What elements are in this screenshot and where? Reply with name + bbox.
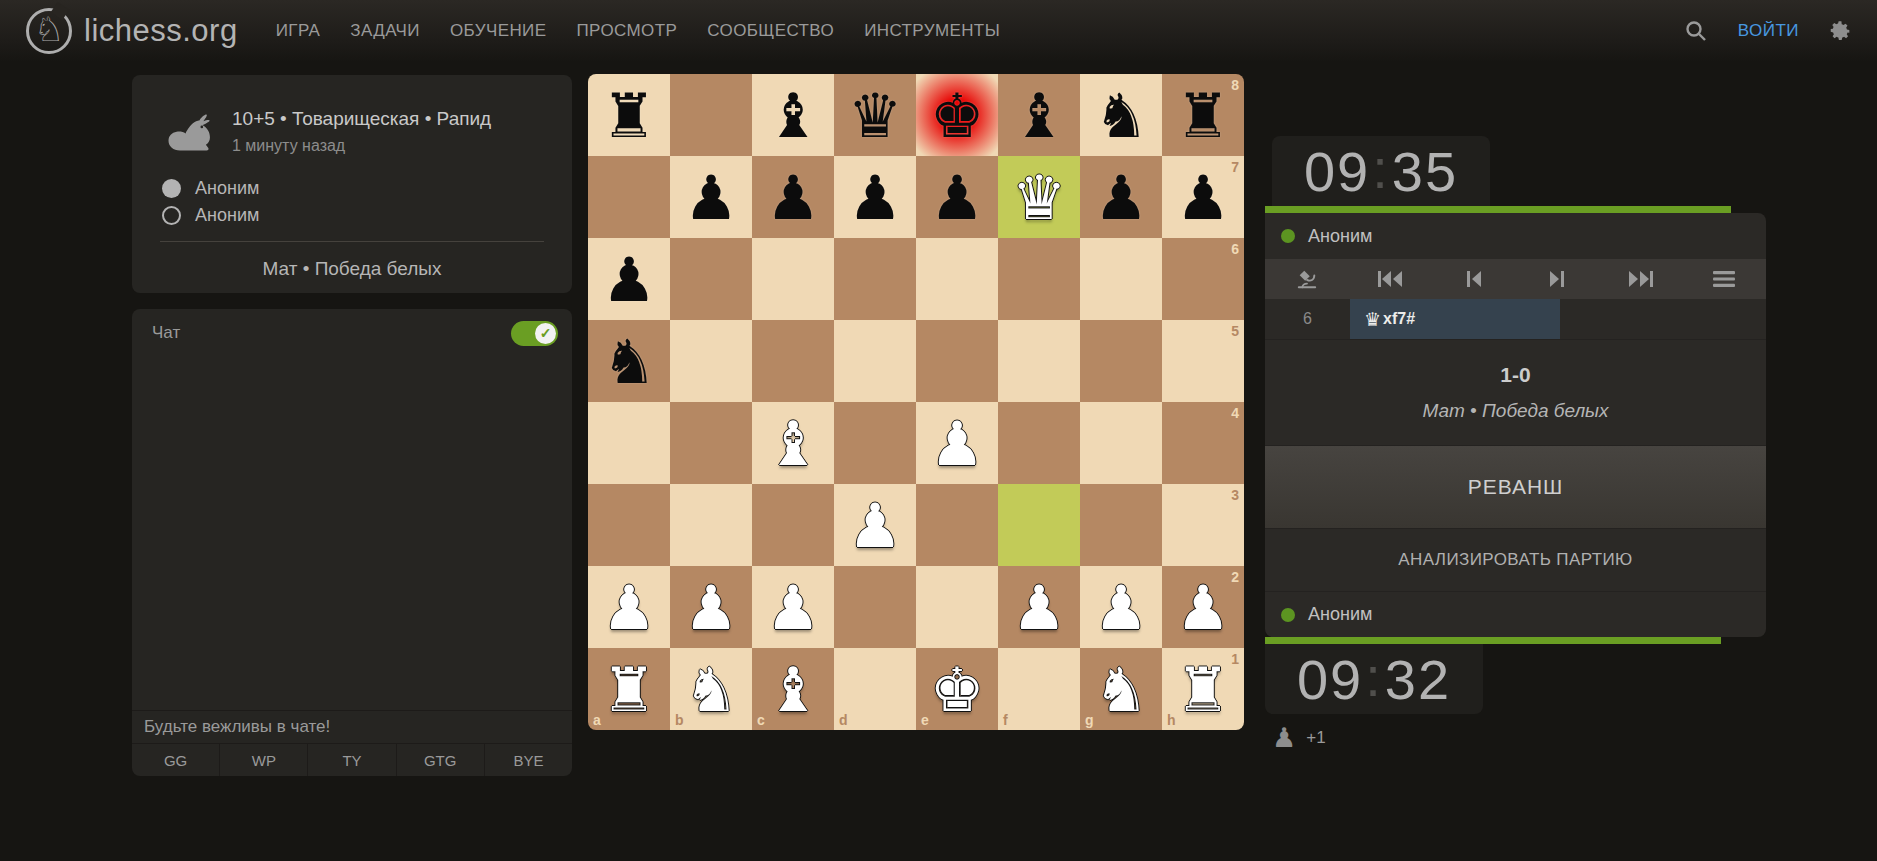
square-c3[interactable]	[752, 484, 834, 566]
black-pawn-g7[interactable]: ♟	[1080, 156, 1162, 238]
nav-item-community[interactable]: СООБЩЕСТВО	[707, 21, 834, 41]
material-difference: ♟ +1	[1272, 722, 1326, 753]
preset-gg-button[interactable]: GG	[132, 744, 219, 776]
black-player-row: Аноним	[162, 202, 572, 229]
square-g7[interactable]: ♟	[1080, 156, 1162, 238]
coord-file-b: b	[675, 712, 684, 728]
preset-wp-button[interactable]: WP	[219, 744, 307, 776]
rapid-rabbit-icon	[162, 109, 214, 161]
square-a2[interactable]: ♟	[588, 566, 670, 648]
square-h1[interactable]: ♜h1	[1162, 648, 1244, 730]
black-player-name[interactable]: Аноним	[195, 205, 259, 226]
coord-rank-2: 2	[1231, 569, 1239, 585]
square-e4[interactable]: ♟	[916, 402, 998, 484]
divider	[160, 241, 544, 242]
square-c2[interactable]: ♟	[752, 566, 834, 648]
move-number: 6	[1265, 299, 1350, 339]
coord-file-d: d	[839, 712, 848, 728]
gear-icon[interactable]	[1829, 19, 1853, 43]
square-g8[interactable]: ♞	[1080, 74, 1162, 156]
coord-rank-1: 1	[1231, 651, 1239, 667]
sign-in-button[interactable]: ВОЙТИ	[1738, 21, 1799, 41]
coord-file-e: e	[921, 712, 929, 728]
lichess-game-page: ♘ lichess.org ИГРА ЗАДАЧИ ОБУЧЕНИЕ ПРОСМ…	[0, 0, 1877, 861]
square-c1[interactable]: ♝c	[752, 648, 834, 730]
square-a8[interactable]: ♜	[588, 74, 670, 156]
preset-gtg-button[interactable]: GTG	[396, 744, 484, 776]
game-info-box: 10+5 • Товарищеская • Рапид 1 минуту наз…	[132, 75, 572, 293]
chat-input-note[interactable]: Будьте вежливы в чате!	[132, 710, 572, 743]
square-f4[interactable]	[998, 402, 1080, 484]
first-move-button[interactable]	[1349, 259, 1433, 299]
bottom-player-row: Аноним	[1265, 591, 1766, 637]
top-navbar: ♘ lichess.org ИГРА ЗАДАЧИ ОБУЧЕНИЕ ПРОСМ…	[0, 0, 1877, 62]
coord-rank-6: 6	[1231, 241, 1239, 257]
square-h8[interactable]: ♜8	[1162, 74, 1244, 156]
square-b7[interactable]: ♟	[670, 156, 752, 238]
square-g3[interactable]	[1080, 484, 1162, 566]
coord-file-c: c	[757, 712, 765, 728]
black-pawn-c7[interactable]: ♟	[752, 156, 834, 238]
square-d8[interactable]: ♛	[834, 74, 916, 156]
square-e1[interactable]: ♚e	[916, 648, 998, 730]
black-side-icon	[162, 206, 181, 225]
black-pawn-a6[interactable]: ♟	[588, 238, 670, 320]
white-player-clock: 09:32	[1265, 644, 1483, 714]
last-move-button[interactable]	[1599, 259, 1683, 299]
black-pawn-e7[interactable]: ♟	[916, 156, 998, 238]
menu-icon[interactable]	[1683, 259, 1767, 299]
square-e8[interactable]: ♚	[916, 74, 998, 156]
online-dot	[1281, 608, 1295, 622]
white-pawn-b2[interactable]: ♟	[670, 566, 752, 648]
square-d4[interactable]	[834, 402, 916, 484]
white-pawn-e4[interactable]: ♟	[916, 402, 998, 484]
white-player-name[interactable]: Аноним	[195, 178, 259, 199]
square-c7[interactable]: ♟	[752, 156, 834, 238]
square-a3[interactable]	[588, 484, 670, 566]
chat-toggle[interactable]: ✓	[511, 321, 558, 346]
square-c8[interactable]: ♝	[752, 74, 834, 156]
square-d6[interactable]	[834, 238, 916, 320]
next-move-button[interactable]	[1516, 259, 1600, 299]
square-d2[interactable]	[834, 566, 916, 648]
white-pawn-g2[interactable]: ♟	[1080, 566, 1162, 648]
nav-item-learn[interactable]: ОБУЧЕНИЕ	[450, 21, 547, 41]
coord-rank-3: 3	[1231, 487, 1239, 503]
top-player-row: Аноним	[1265, 213, 1766, 259]
white-pawn-a2[interactable]: ♟	[588, 566, 670, 648]
analyze-game-button[interactable]: АНАЛИЗИРОВАТЬ ПАРТИЮ	[1265, 529, 1766, 591]
square-b1[interactable]: ♞b	[670, 648, 752, 730]
square-f5[interactable]	[998, 320, 1080, 402]
white-pawn-f2[interactable]: ♟	[998, 566, 1080, 648]
square-f8[interactable]: ♝	[998, 74, 1080, 156]
coord-rank-5: 5	[1231, 323, 1239, 339]
square-e7[interactable]: ♟	[916, 156, 998, 238]
move-list: 6 ♛ xf7#	[1265, 299, 1766, 339]
square-e5[interactable]	[916, 320, 998, 402]
coord-rank-8: 8	[1231, 77, 1239, 93]
nav-item-tools[interactable]: ИНСТРУМЕНТЫ	[864, 21, 1000, 41]
square-c5[interactable]	[752, 320, 834, 402]
black-bishop-c8[interactable]: ♝	[752, 74, 834, 156]
white-bishop-c4[interactable]: ♝	[752, 402, 834, 484]
nav-item-puzzles[interactable]: ЗАДАЧИ	[350, 21, 420, 41]
game-setup-label: 10+5 • Товарищеская • Рапид	[232, 109, 491, 128]
square-a4[interactable]	[588, 402, 670, 484]
white-time-bar	[1265, 637, 1721, 644]
coord-rank-4: 4	[1231, 405, 1239, 421]
white-pawn-d3[interactable]: ♟	[834, 484, 916, 566]
black-rook-a8[interactable]: ♜	[588, 74, 670, 156]
square-g1[interactable]: ♞g	[1080, 648, 1162, 730]
chat-box: Чат ✓ Будьте вежливы в чате! GG WP TY GT…	[132, 309, 572, 776]
square-f7[interactable]: ♛	[998, 156, 1080, 238]
black-queen-d8[interactable]: ♛	[834, 74, 916, 156]
square-g6[interactable]	[1080, 238, 1162, 320]
square-h3[interactable]: 3	[1162, 484, 1244, 566]
black-time-bar	[1265, 206, 1731, 213]
square-h5[interactable]: 5	[1162, 320, 1244, 402]
black-knight-a5[interactable]: ♞	[588, 320, 670, 402]
square-b3[interactable]	[670, 484, 752, 566]
lichess-logo[interactable]: ♘ lichess.org	[26, 8, 238, 54]
square-f6[interactable]	[998, 238, 1080, 320]
result-zone: 1-0 Мат • Победа белых	[1265, 339, 1766, 445]
square-d7[interactable]: ♟	[834, 156, 916, 238]
black-bishop-f8[interactable]: ♝	[998, 74, 1080, 156]
black-player-clock: 09:35	[1272, 136, 1490, 206]
square-g2[interactable]: ♟	[1080, 566, 1162, 648]
square-b6[interactable]	[670, 238, 752, 320]
square-a7[interactable]	[588, 156, 670, 238]
knight-logo-icon: ♘	[26, 8, 72, 54]
chat-preset-buttons: GG WP TY GTG BYE	[132, 743, 572, 776]
square-e3[interactable]	[916, 484, 998, 566]
square-b8[interactable]	[670, 74, 752, 156]
square-h4[interactable]: 4	[1162, 402, 1244, 484]
chess-board[interactable]: ♜♝♛♚♝♞♜8♟♟♟♟♛♟♟7♟6♞5♝♟4♟3♟♟♟♟♟♟2♜a♞b♝cd♚…	[588, 74, 1244, 730]
square-h7[interactable]: ♟7	[1162, 156, 1244, 238]
square-e2[interactable]	[916, 566, 998, 648]
square-b5[interactable]	[670, 320, 752, 402]
result-score: 1-0	[1500, 363, 1530, 387]
square-f1[interactable]: f	[998, 648, 1080, 730]
coord-file-f: f	[1003, 712, 1008, 728]
square-f2[interactable]: ♟	[998, 566, 1080, 648]
square-a1[interactable]: ♜a	[588, 648, 670, 730]
game-result-note: Мат • Победа белых	[132, 258, 572, 280]
material-diff-value: +1	[1306, 728, 1325, 748]
brand-title[interactable]: lichess.org	[84, 13, 238, 49]
square-d5[interactable]	[834, 320, 916, 402]
square-g5[interactable]	[1080, 320, 1162, 402]
square-d3[interactable]: ♟	[834, 484, 916, 566]
white-pawn-c2[interactable]: ♟	[752, 566, 834, 648]
square-b4[interactable]	[670, 402, 752, 484]
coord-rank-7: 7	[1231, 159, 1239, 175]
analysis-microscope-icon[interactable]	[1265, 259, 1349, 299]
square-e6[interactable]	[916, 238, 998, 320]
move-qxf7-selected[interactable]: ♛ xf7#	[1350, 299, 1560, 339]
nav-item-watch[interactable]: ПРОСМОТР	[576, 21, 677, 41]
move-controls	[1265, 259, 1766, 299]
black-pawn-b7[interactable]: ♟	[670, 156, 752, 238]
top-player-name[interactable]: Аноним	[1308, 226, 1372, 247]
queen-move-glyph: ♛	[1364, 308, 1381, 330]
coord-file-h: h	[1167, 712, 1176, 728]
search-icon[interactable]	[1684, 19, 1708, 43]
square-h2[interactable]: ♟2	[1162, 566, 1244, 648]
white-side-icon	[162, 179, 181, 198]
bottom-player-name[interactable]: Аноним	[1308, 604, 1372, 625]
square-a6[interactable]: ♟	[588, 238, 670, 320]
black-pawn-d7[interactable]: ♟	[834, 156, 916, 238]
captured-pawn-icon: ♟	[1272, 722, 1296, 753]
white-queen-f7[interactable]: ♛	[998, 156, 1080, 238]
previous-move-button[interactable]	[1432, 259, 1516, 299]
square-b2[interactable]: ♟	[670, 566, 752, 648]
square-a5[interactable]: ♞	[588, 320, 670, 402]
preset-bye-button[interactable]: BYE	[484, 744, 572, 776]
chat-messages-area[interactable]	[132, 357, 572, 710]
online-dot	[1281, 229, 1295, 243]
black-king-e8[interactable]: ♚	[916, 74, 998, 156]
main-menu: ИГРА ЗАДАЧИ ОБУЧЕНИЕ ПРОСМОТР СООБЩЕСТВО…	[276, 21, 1000, 41]
coord-file-g: g	[1085, 712, 1094, 728]
game-time-ago: 1 минуту назад	[232, 137, 491, 155]
square-h6[interactable]: 6	[1162, 238, 1244, 320]
white-player-row: Аноним	[162, 175, 572, 202]
game-side-panel: Аноним	[1265, 213, 1766, 637]
rematch-button[interactable]: РЕВАНШ	[1265, 445, 1766, 529]
chat-title: Чат	[152, 323, 180, 343]
result-note: Мат • Победа белых	[1422, 400, 1608, 422]
chat-toggle-check-icon: ✓	[535, 323, 556, 344]
square-c6[interactable]	[752, 238, 834, 320]
nav-item-play[interactable]: ИГРА	[276, 21, 321, 41]
square-f3[interactable]	[998, 484, 1080, 566]
preset-ty-button[interactable]: TY	[307, 744, 395, 776]
square-g4[interactable]	[1080, 402, 1162, 484]
square-c4[interactable]: ♝	[752, 402, 834, 484]
coord-file-a: a	[593, 712, 601, 728]
black-knight-g8[interactable]: ♞	[1080, 74, 1162, 156]
square-d1[interactable]: d	[834, 648, 916, 730]
